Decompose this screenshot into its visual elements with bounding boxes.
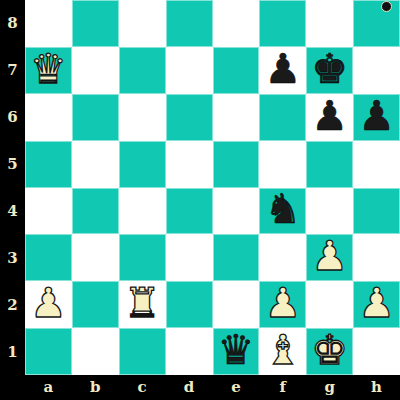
square-c8[interactable] (119, 0, 166, 47)
square-b3[interactable] (72, 234, 119, 281)
square-d1[interactable] (166, 328, 213, 375)
chess-board: ♛♟♚♟♟♞♟♟♜♟♟♛♝♚ (25, 0, 400, 375)
square-e5[interactable] (213, 141, 260, 188)
white-pawn[interactable]: ♟ (358, 283, 395, 324)
rank-label-7: 7 (0, 47, 25, 94)
square-h7[interactable] (353, 47, 400, 94)
white-king[interactable]: ♚ (311, 330, 348, 371)
square-f2[interactable]: ♟ (259, 281, 306, 328)
square-f3[interactable] (259, 234, 306, 281)
file-label-c: c (119, 375, 166, 400)
square-b2[interactable] (72, 281, 119, 328)
square-a3[interactable] (25, 234, 72, 281)
square-e8[interactable] (213, 0, 260, 47)
black-to-move-indicator (381, 1, 392, 12)
square-g6[interactable]: ♟ (306, 94, 353, 141)
file-label-b: b (72, 375, 119, 400)
square-b8[interactable] (72, 0, 119, 47)
square-d8[interactable] (166, 0, 213, 47)
file-labels: abcdefgh (25, 375, 400, 400)
square-a6[interactable] (25, 94, 72, 141)
file-label-f: f (259, 375, 306, 400)
square-f4[interactable]: ♞ (259, 188, 306, 235)
square-e1[interactable]: ♛ (213, 328, 260, 375)
square-d3[interactable] (166, 234, 213, 281)
rank-label-1: 1 (0, 328, 25, 375)
square-d6[interactable] (166, 94, 213, 141)
square-e4[interactable] (213, 188, 260, 235)
square-a5[interactable] (25, 141, 72, 188)
square-a7[interactable]: ♛ (25, 47, 72, 94)
square-f8[interactable] (259, 0, 306, 47)
rank-label-5: 5 (0, 141, 25, 188)
square-g2[interactable] (306, 281, 353, 328)
white-pawn[interactable]: ♟ (264, 283, 301, 324)
square-h4[interactable] (353, 188, 400, 235)
square-a4[interactable] (25, 188, 72, 235)
white-queen[interactable]: ♛ (30, 49, 67, 90)
square-h2[interactable]: ♟ (353, 281, 400, 328)
square-e2[interactable] (213, 281, 260, 328)
square-e6[interactable] (213, 94, 260, 141)
rank-labels: 87654321 (0, 0, 25, 375)
square-c5[interactable] (119, 141, 166, 188)
square-c3[interactable] (119, 234, 166, 281)
file-label-g: g (306, 375, 353, 400)
black-pawn[interactable]: ♟ (311, 96, 348, 137)
square-g4[interactable] (306, 188, 353, 235)
square-c1[interactable] (119, 328, 166, 375)
square-d2[interactable] (166, 281, 213, 328)
square-a1[interactable] (25, 328, 72, 375)
square-h1[interactable] (353, 328, 400, 375)
square-h3[interactable] (353, 234, 400, 281)
black-pawn[interactable]: ♟ (358, 96, 395, 137)
square-c4[interactable] (119, 188, 166, 235)
square-g5[interactable] (306, 141, 353, 188)
file-label-d: d (166, 375, 213, 400)
square-a8[interactable] (25, 0, 72, 47)
square-g7[interactable]: ♚ (306, 47, 353, 94)
square-c7[interactable] (119, 47, 166, 94)
square-d4[interactable] (166, 188, 213, 235)
square-h6[interactable]: ♟ (353, 94, 400, 141)
square-c2[interactable]: ♜ (119, 281, 166, 328)
square-f5[interactable] (259, 141, 306, 188)
file-label-h: h (353, 375, 400, 400)
square-a2[interactable]: ♟ (25, 281, 72, 328)
square-b7[interactable] (72, 47, 119, 94)
square-b5[interactable] (72, 141, 119, 188)
square-e7[interactable] (213, 47, 260, 94)
square-g1[interactable]: ♚ (306, 328, 353, 375)
white-pawn[interactable]: ♟ (30, 283, 67, 324)
black-knight[interactable]: ♞ (264, 189, 301, 230)
square-d7[interactable] (166, 47, 213, 94)
white-rook[interactable]: ♜ (124, 283, 161, 324)
square-g3[interactable]: ♟ (306, 234, 353, 281)
square-f6[interactable] (259, 94, 306, 141)
black-pawn[interactable]: ♟ (264, 49, 301, 90)
square-g8[interactable] (306, 0, 353, 47)
square-b4[interactable] (72, 188, 119, 235)
white-bishop[interactable]: ♝ (264, 330, 301, 371)
square-f7[interactable]: ♟ (259, 47, 306, 94)
rank-label-6: 6 (0, 94, 25, 141)
black-king[interactable]: ♚ (311, 49, 348, 90)
rank-label-3: 3 (0, 234, 25, 281)
square-e3[interactable] (213, 234, 260, 281)
rank-label-8: 8 (0, 0, 25, 47)
rank-label-4: 4 (0, 188, 25, 235)
square-b1[interactable] (72, 328, 119, 375)
square-h8[interactable] (353, 0, 400, 47)
square-b6[interactable] (72, 94, 119, 141)
square-d5[interactable] (166, 141, 213, 188)
file-label-e: e (213, 375, 260, 400)
white-pawn[interactable]: ♟ (311, 236, 348, 277)
square-c6[interactable] (119, 94, 166, 141)
square-h5[interactable] (353, 141, 400, 188)
file-label-a: a (25, 375, 72, 400)
square-f1[interactable]: ♝ (259, 328, 306, 375)
rank-label-2: 2 (0, 281, 25, 328)
black-queen[interactable]: ♛ (218, 330, 255, 371)
